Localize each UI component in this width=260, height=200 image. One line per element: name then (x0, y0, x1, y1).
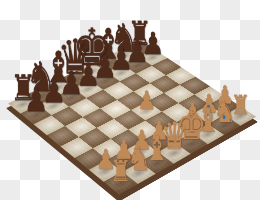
umbra-sticker-dot (223, 115, 226, 118)
chess-board[interactable]: ♜♞♝♛♚♝♞♜♟♟♟♟♟♟♟♟♟♟♟♟♟♟♟♟♜♞♝♛♚♝♞♜ (8, 40, 256, 194)
board-grid[interactable]: ♜♞♝♛♚♝♞♜♟♟♟♟♟♟♟♟♟♟♟♟♟♟♟♟♜♞♝♛♚♝♞♜ (8, 40, 256, 194)
chess-piece-glyph: ♟ (24, 83, 49, 116)
chess-piece-glyph: ♟ (137, 88, 156, 113)
chess-piece-glyph: ♜ (110, 156, 132, 185)
screenshot-stage: ♜♞♝♛♚♝♞♜♟♟♟♟♟♟♟♟♟♟♟♟♟♟♟♟♜♞♝♛♚♝♞♜ (0, 0, 260, 200)
transparency-background: ♜♞♝♛♚♝♞♜♟♟♟♟♟♟♟♟♟♟♟♟♟♟♟♟♜♞♝♛♚♝♞♜ (0, 0, 260, 200)
